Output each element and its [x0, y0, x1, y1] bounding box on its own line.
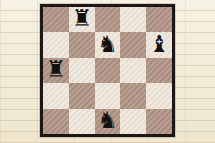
square-a2[interactable]: [43, 83, 69, 108]
square-b1[interactable]: [69, 109, 95, 134]
black-bishop[interactable]: ♝: [149, 33, 170, 56]
square-a3[interactable]: ♜: [43, 58, 69, 83]
square-c1[interactable]: ♞: [95, 109, 121, 134]
square-c3[interactable]: [95, 58, 121, 83]
square-c5[interactable]: [95, 7, 121, 32]
square-e2[interactable]: [146, 83, 172, 108]
square-e5[interactable]: [146, 7, 172, 32]
square-c4[interactable]: ♞: [95, 32, 121, 57]
square-a1[interactable]: [43, 109, 69, 134]
square-b3[interactable]: [69, 58, 95, 83]
chess-board: ♜♞♝♜♞: [40, 4, 175, 137]
square-d4[interactable]: [120, 32, 146, 57]
square-b4[interactable]: [69, 32, 95, 57]
square-b2[interactable]: [69, 83, 95, 108]
square-e1[interactable]: [146, 109, 172, 134]
black-rook[interactable]: ♜: [46, 58, 67, 81]
square-d5[interactable]: [120, 7, 146, 32]
black-knight[interactable]: ♞: [97, 33, 118, 56]
square-a5[interactable]: [43, 7, 69, 32]
square-c2[interactable]: [95, 83, 121, 108]
square-e3[interactable]: [146, 58, 172, 83]
square-d1[interactable]: [120, 109, 146, 134]
square-d2[interactable]: [120, 83, 146, 108]
square-e4[interactable]: ♝: [146, 32, 172, 57]
black-rook[interactable]: ♜: [71, 7, 92, 30]
black-knight[interactable]: ♞: [97, 109, 118, 132]
square-d3[interactable]: [120, 58, 146, 83]
brick-wall-background: ♜♞♝♜♞: [0, 0, 215, 143]
square-a4[interactable]: [43, 32, 69, 57]
board-grid: ♜♞♝♜♞: [43, 7, 172, 134]
square-b5[interactable]: ♜: [69, 7, 95, 32]
